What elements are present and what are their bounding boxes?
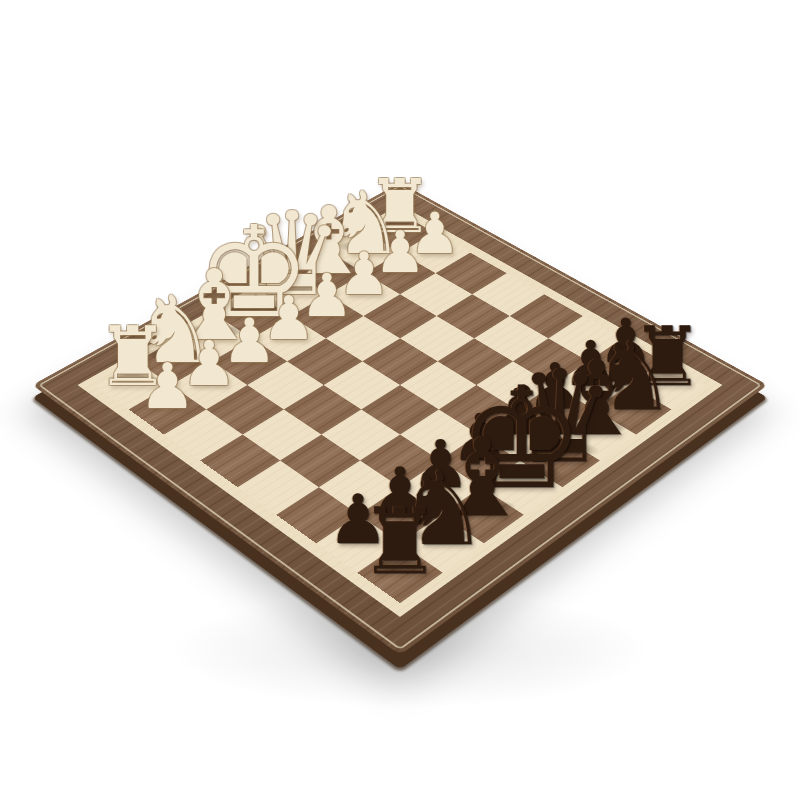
board-field [78,205,723,617]
product-photo-scene: ♜︎♞︎♝︎♛︎♚︎♝︎♞︎♜︎♟︎♟︎♟︎♟︎♟︎♟︎♟︎♟︎♟︎♟︎♟︎♟︎… [0,0,800,800]
board-frame [32,183,767,655]
chess-board [32,183,767,655]
